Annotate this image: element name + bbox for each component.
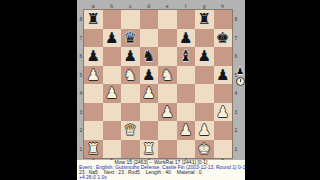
square-c7[interactable]: ♛ [121,29,140,48]
square-d4[interactable]: ♟ [140,84,159,103]
square-c3[interactable] [121,103,140,122]
game-info-panel: Mow 15 (2463) -- WorkRat 17 (2441) [0-1]… [77,160,245,180]
game-length: Length : 40 [146,170,171,175]
rank-label-3: 3 [233,103,239,122]
square-e7[interactable] [158,29,177,48]
white-pawn-h3: ♟ [216,103,229,122]
rank-label-6: 6 [233,47,239,66]
square-b8[interactable] [103,10,122,29]
white-queen-c2: ♛ [124,121,137,140]
square-a5[interactable]: ♟ [84,66,103,85]
black-pawn-f7: ♟ [179,29,192,48]
square-b5[interactable] [103,66,122,85]
square-e5[interactable]: ♞ [158,66,177,85]
square-e6[interactable] [158,47,177,66]
file-label-e: e [158,4,177,9]
square-g3[interactable] [195,103,214,122]
square-g8[interactable]: ♜ [195,10,214,29]
black-bishop-f6: ♝ [179,47,192,66]
square-h4[interactable] [214,84,233,103]
square-f1[interactable] [177,140,196,159]
square-e2[interactable] [158,121,177,140]
file-label-g: g [195,4,214,9]
square-h1[interactable] [214,140,233,159]
rank-label-7: 7 [233,29,239,48]
square-c2[interactable]: ♛ [121,121,140,140]
square-f8[interactable] [177,10,196,29]
square-a8[interactable]: ♜ [84,10,103,29]
square-g2[interactable]: ♟ [195,121,214,140]
video-frame: abcdefgh 87654321 87654321 ♜♜♟♛♟♚♟♟♞♝♟♟♞… [0,0,320,180]
square-e8[interactable] [158,10,177,29]
square-c8[interactable] [121,10,140,29]
black-knight-d6: ♞ [142,47,155,66]
square-g4[interactable] [195,84,214,103]
square-d3[interactable] [140,103,159,122]
rank-label-4: 4 [233,84,239,103]
white-knight-e5: ♞ [161,66,174,85]
square-d7[interactable] [140,29,159,48]
square-h7[interactable]: ♚ [214,29,233,48]
square-g6[interactable]: ♟ [195,47,214,66]
white-pawn-d4: ♟ [142,84,155,103]
square-d2[interactable] [140,121,159,140]
black-pawn-b7: ♟ [105,29,118,48]
square-c4[interactable] [121,84,140,103]
white-pawn-b4: ♟ [105,84,118,103]
square-b2[interactable] [103,121,122,140]
file-labels-top: abcdefgh [84,4,232,9]
square-d8[interactable] [140,10,159,29]
black-king-h7: ♚ [216,29,229,48]
black-pawn-icon: ♟ [235,66,245,76]
white-pawn-g2: ♟ [198,121,211,140]
square-h6[interactable] [214,47,233,66]
side-indicators: ♟ [235,66,245,86]
square-d6[interactable]: ♞ [140,47,159,66]
square-f6[interactable]: ♝ [177,47,196,66]
square-d1[interactable]: ♜ [140,140,159,159]
square-e4[interactable] [158,84,177,103]
square-c1[interactable] [121,140,140,159]
white-rook-a1: ♜ [87,140,100,159]
white-rook-d1: ♜ [142,140,155,159]
clock-icon [236,77,245,86]
square-a6[interactable]: ♟ [84,47,103,66]
chess-board: ♜♜♟♛♟♚♟♟♞♝♟♟♞♟♞♟♟♟♟♟♛♟♟♜♜♚ [84,10,232,158]
square-b1[interactable] [103,140,122,159]
eval-line: +4 26:0 1.0x [77,175,245,180]
square-f3[interactable] [177,103,196,122]
square-e3[interactable]: ♟ [158,103,177,122]
square-g7[interactable] [195,29,214,48]
square-h3[interactable]: ♟ [214,103,233,122]
square-f7[interactable]: ♟ [177,29,196,48]
next-move: Next : 23 : Rxd5 [104,170,140,175]
square-a4[interactable] [84,84,103,103]
square-f2[interactable]: ♟ [177,121,196,140]
square-h2[interactable] [214,121,233,140]
square-b4[interactable]: ♟ [103,84,122,103]
black-rook-g8: ♜ [198,10,211,29]
file-label-c: c [121,4,140,9]
square-a7[interactable] [84,29,103,48]
square-c5[interactable]: ♞ [121,66,140,85]
square-b6[interactable] [103,47,122,66]
black-pawn-a6: ♟ [87,47,100,66]
square-f4[interactable] [177,84,196,103]
black-pawn-d5: ♟ [142,66,155,85]
file-label-h: h [214,4,233,9]
square-d5[interactable]: ♟ [140,66,159,85]
rank-label-1: 1 [233,140,239,159]
square-a2[interactable] [84,121,103,140]
white-king-g1: ♚ [198,140,211,159]
file-label-f: f [177,4,196,9]
black-pawn-h5: ♟ [216,66,229,85]
square-c6[interactable]: ♟ [121,47,140,66]
file-label-b: b [103,4,122,9]
square-a1[interactable]: ♜ [84,140,103,159]
square-g5[interactable] [195,66,214,85]
black-queen-c7: ♛ [124,29,137,48]
file-label-d: d [140,4,159,9]
square-b3[interactable] [103,103,122,122]
material-balance: Material : 0 [177,170,202,175]
rank-label-2: 2 [233,121,239,140]
white-knight-c5: ♞ [124,66,137,85]
square-a3[interactable] [84,103,103,122]
black-pawn-c6: ♟ [124,47,137,66]
rank-label-8: 8 [233,10,239,29]
white-pawn-f2: ♟ [179,121,192,140]
black-rook-a8: ♜ [87,10,100,29]
white-pawn-e3: ♟ [161,103,174,122]
square-e1[interactable] [158,140,177,159]
square-g1[interactable]: ♚ [195,140,214,159]
square-h5[interactable]: ♟ [214,66,233,85]
black-pawn-g6: ♟ [198,47,211,66]
square-h8[interactable] [214,10,233,29]
white-pawn-a5: ♟ [87,66,100,85]
square-b7[interactable]: ♟ [103,29,122,48]
square-f5[interactable] [177,66,196,85]
file-label-a: a [84,4,103,9]
